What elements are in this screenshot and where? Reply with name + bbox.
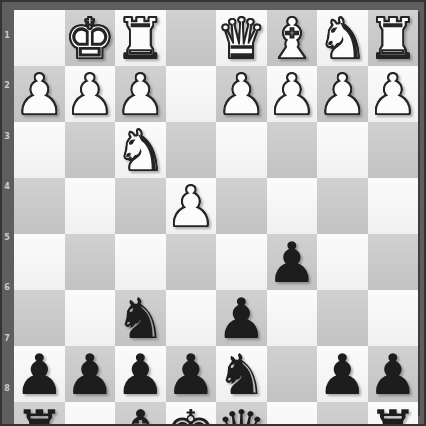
white-pawn-piece[interactable]: ♟ (267, 67, 317, 123)
white-queen-piece[interactable]: ♛ (216, 11, 266, 67)
black-king-piece[interactable]: ♚ (166, 403, 216, 426)
black-rook-piece[interactable]: ♜ (14, 403, 64, 426)
square-h6[interactable] (14, 290, 65, 346)
square-h8[interactable]: ♜ (14, 402, 65, 426)
white-king-piece[interactable]: ♚ (65, 11, 115, 67)
square-e1[interactable] (166, 10, 217, 66)
square-c7[interactable] (267, 346, 318, 402)
square-g7[interactable]: ♟ (65, 346, 116, 402)
black-pawn-piece[interactable]: ♟ (14, 347, 64, 403)
rank-label-4: 4 (0, 162, 14, 213)
square-a4[interactable] (368, 178, 419, 234)
square-e7[interactable]: ♟ (166, 346, 217, 402)
square-b6[interactable] (317, 290, 368, 346)
square-h7[interactable]: ♟ (14, 346, 65, 402)
square-g5[interactable] (65, 234, 116, 290)
chess-board: ♚♜♛♝♞♜♟♟♟♟♟♟♟♞♟♟♞♟♟♟♟♟♞♟♟♜♝♚♛♜ (14, 10, 418, 414)
black-pawn-piece[interactable]: ♟ (115, 347, 165, 403)
rank-label-8: 8 (0, 364, 14, 415)
rank-label-5: 5 (0, 212, 14, 263)
square-g3[interactable] (65, 122, 116, 178)
square-e6[interactable] (166, 290, 217, 346)
square-d8[interactable]: ♛ (216, 402, 267, 426)
black-knight-piece[interactable]: ♞ (216, 347, 266, 403)
black-queen-piece[interactable]: ♛ (216, 403, 266, 426)
square-a6[interactable] (368, 290, 419, 346)
square-e3[interactable] (166, 122, 217, 178)
square-g6[interactable] (65, 290, 116, 346)
square-c5[interactable]: ♟ (267, 234, 318, 290)
white-rook-piece[interactable]: ♜ (115, 11, 165, 67)
white-pawn-piece[interactable]: ♟ (317, 67, 367, 123)
square-c6[interactable] (267, 290, 318, 346)
rank-label-6: 6 (0, 263, 14, 314)
square-c1[interactable]: ♝ (267, 10, 318, 66)
square-b8[interactable] (317, 402, 368, 426)
white-pawn-piece[interactable]: ♟ (14, 67, 64, 123)
square-f5[interactable] (115, 234, 166, 290)
square-f3[interactable]: ♞ (115, 122, 166, 178)
square-c8[interactable] (267, 402, 318, 426)
square-a1[interactable]: ♜ (368, 10, 419, 66)
square-a3[interactable] (368, 122, 419, 178)
square-g1[interactable]: ♚ (65, 10, 116, 66)
black-rook-piece[interactable]: ♜ (368, 403, 418, 426)
rank-label-3: 3 (0, 111, 14, 162)
white-knight-piece[interactable]: ♞ (317, 11, 367, 67)
square-d1[interactable]: ♛ (216, 10, 267, 66)
square-g4[interactable] (65, 178, 116, 234)
black-pawn-piece[interactable]: ♟ (216, 291, 266, 347)
white-pawn-piece[interactable]: ♟ (216, 67, 266, 123)
square-b2[interactable]: ♟ (317, 66, 368, 122)
square-h2[interactable]: ♟ (14, 66, 65, 122)
white-pawn-piece[interactable]: ♟ (166, 179, 216, 235)
square-b4[interactable] (317, 178, 368, 234)
square-a5[interactable] (368, 234, 419, 290)
square-a2[interactable]: ♟ (368, 66, 419, 122)
square-b1[interactable]: ♞ (317, 10, 368, 66)
square-d5[interactable] (216, 234, 267, 290)
square-h4[interactable] (14, 178, 65, 234)
square-d4[interactable] (216, 178, 267, 234)
square-e4[interactable]: ♟ (166, 178, 217, 234)
square-c3[interactable] (267, 122, 318, 178)
square-e2[interactable] (166, 66, 217, 122)
white-pawn-piece[interactable]: ♟ (65, 67, 115, 123)
black-bishop-piece[interactable]: ♝ (115, 403, 165, 426)
square-a8[interactable]: ♜ (368, 402, 419, 426)
square-f6[interactable]: ♞ (115, 290, 166, 346)
rank-label-7: 7 (0, 313, 14, 364)
square-h1[interactable] (14, 10, 65, 66)
square-g2[interactable]: ♟ (65, 66, 116, 122)
rank-label-1: 1 (0, 10, 14, 61)
rank-label-2: 2 (0, 61, 14, 112)
square-f1[interactable]: ♜ (115, 10, 166, 66)
square-h3[interactable] (14, 122, 65, 178)
square-g8[interactable] (65, 402, 116, 426)
square-f7[interactable]: ♟ (115, 346, 166, 402)
rank-labels: 12345678 (0, 10, 14, 414)
white-pawn-piece[interactable]: ♟ (368, 67, 418, 123)
square-d6[interactable]: ♟ (216, 290, 267, 346)
black-pawn-piece[interactable]: ♟ (368, 347, 418, 403)
square-e8[interactable]: ♚ (166, 402, 217, 426)
white-pawn-piece[interactable]: ♟ (115, 67, 165, 123)
square-h5[interactable] (14, 234, 65, 290)
white-bishop-piece[interactable]: ♝ (267, 11, 317, 67)
square-a7[interactable]: ♟ (368, 346, 419, 402)
white-knight-piece[interactable]: ♞ (115, 123, 165, 179)
square-f2[interactable]: ♟ (115, 66, 166, 122)
square-f8[interactable]: ♝ (115, 402, 166, 426)
square-f4[interactable] (115, 178, 166, 234)
square-c4[interactable] (267, 178, 318, 234)
square-b5[interactable] (317, 234, 368, 290)
black-pawn-piece[interactable]: ♟ (317, 347, 367, 403)
square-c2[interactable]: ♟ (267, 66, 318, 122)
chess-board-frame: 12345678 HGFEDCBA ♚♜♛♝♞♜♟♟♟♟♟♟♟♞♟♟♞♟♟♟♟♟… (0, 0, 426, 426)
square-d3[interactable] (216, 122, 267, 178)
square-b7[interactable]: ♟ (317, 346, 368, 402)
square-e5[interactable] (166, 234, 217, 290)
black-knight-piece[interactable]: ♞ (115, 291, 165, 347)
square-d7[interactable]: ♞ (216, 346, 267, 402)
black-pawn-piece[interactable]: ♟ (267, 235, 317, 291)
black-pawn-piece[interactable]: ♟ (65, 347, 115, 403)
square-b3[interactable] (317, 122, 368, 178)
white-rook-piece[interactable]: ♜ (368, 11, 418, 67)
square-d2[interactable]: ♟ (216, 66, 267, 122)
black-pawn-piece[interactable]: ♟ (166, 347, 216, 403)
